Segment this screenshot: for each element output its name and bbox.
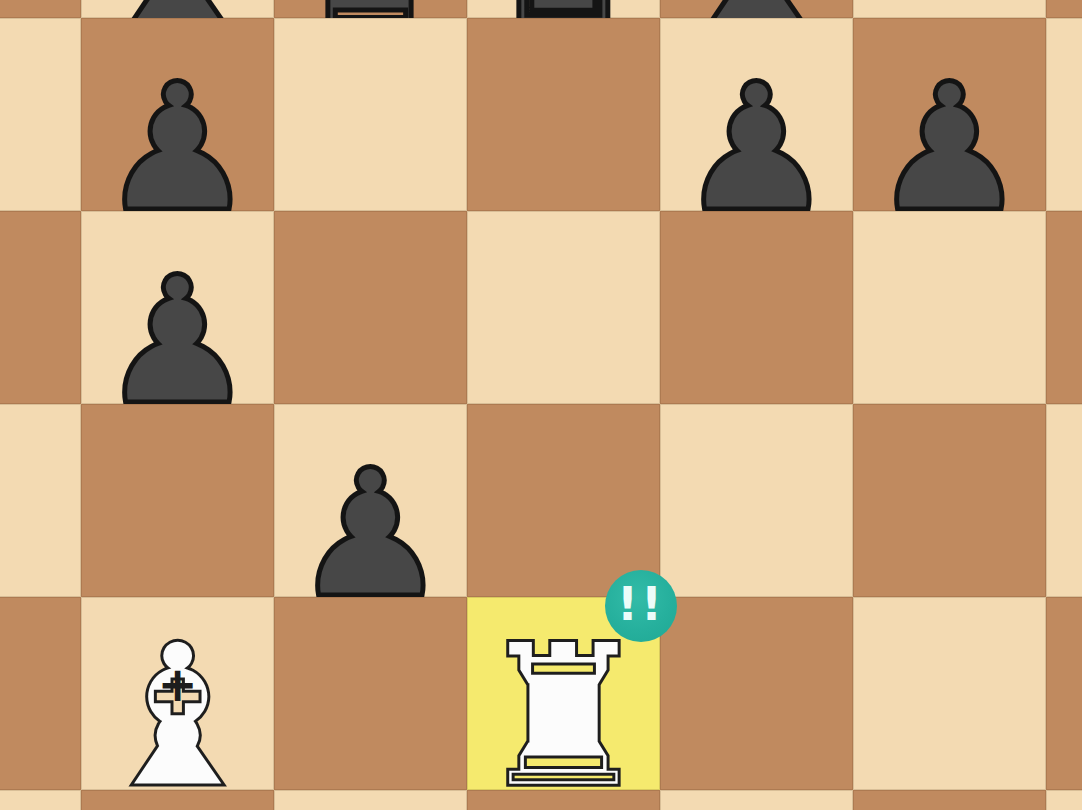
- brilliant-move-label: !!: [617, 581, 665, 631]
- square-f4[interactable]: [660, 597, 853, 790]
- square-d5[interactable]: ♟: [274, 404, 467, 597]
- square-h3[interactable]: [1046, 790, 1082, 810]
- white-bishop-c4[interactable]: ♝: [81, 618, 274, 810]
- square-f8[interactable]: ♝: [660, 0, 853, 18]
- square-d7[interactable]: [274, 18, 467, 211]
- square-e7[interactable]: [467, 18, 660, 211]
- square-g6[interactable]: [853, 211, 1046, 404]
- square-c6[interactable]: ♟: [81, 211, 274, 404]
- square-h4[interactable]: [1046, 597, 1082, 790]
- square-f6[interactable]: [660, 211, 853, 404]
- square-d3[interactable]: [274, 790, 467, 810]
- square-d8[interactable]: ♛: [274, 0, 467, 18]
- square-c7[interactable]: ♟: [81, 18, 274, 211]
- square-b6[interactable]: [0, 211, 81, 404]
- square-h6[interactable]: [1046, 211, 1082, 404]
- square-c8[interactable]: ♝: [81, 0, 274, 18]
- square-h8[interactable]: ♜: [1046, 0, 1082, 18]
- board-viewport: ♝♛♚♝♜♟♟♟♟♟♝+♜ !!: [0, 0, 1082, 810]
- brilliant-move-badge: !!: [605, 570, 677, 642]
- square-c5[interactable]: [81, 404, 274, 597]
- square-c4[interactable]: ♝+: [81, 597, 274, 790]
- square-b4[interactable]: [0, 597, 81, 790]
- square-c3[interactable]: [81, 790, 274, 810]
- square-f5[interactable]: [660, 404, 853, 597]
- square-g5[interactable]: [853, 404, 1046, 597]
- square-b5[interactable]: [0, 404, 81, 597]
- square-h7[interactable]: [1046, 18, 1082, 211]
- white-rook-e4[interactable]: ♜: [467, 618, 660, 810]
- square-e3[interactable]: [467, 790, 660, 810]
- square-b3[interactable]: [0, 790, 81, 810]
- square-g3[interactable]: [853, 790, 1046, 810]
- square-h5[interactable]: [1046, 404, 1082, 597]
- square-d6[interactable]: [274, 211, 467, 404]
- square-b8[interactable]: [0, 0, 81, 18]
- square-g4[interactable]: [853, 597, 1046, 790]
- chess-board: ♝♛♚♝♜♟♟♟♟♟♝+♜: [0, 0, 1082, 810]
- square-f3[interactable]: [660, 790, 853, 810]
- square-g7[interactable]: ♟: [853, 18, 1046, 211]
- bishop-cross-icon: +: [157, 660, 197, 708]
- square-d4[interactable]: [274, 597, 467, 790]
- square-b7[interactable]: [0, 18, 81, 211]
- square-f7[interactable]: ♟: [660, 18, 853, 211]
- square-e8[interactable]: ♚: [467, 0, 660, 18]
- square-e5[interactable]: [467, 404, 660, 597]
- square-e6[interactable]: [467, 211, 660, 404]
- square-g8[interactable]: [853, 0, 1046, 18]
